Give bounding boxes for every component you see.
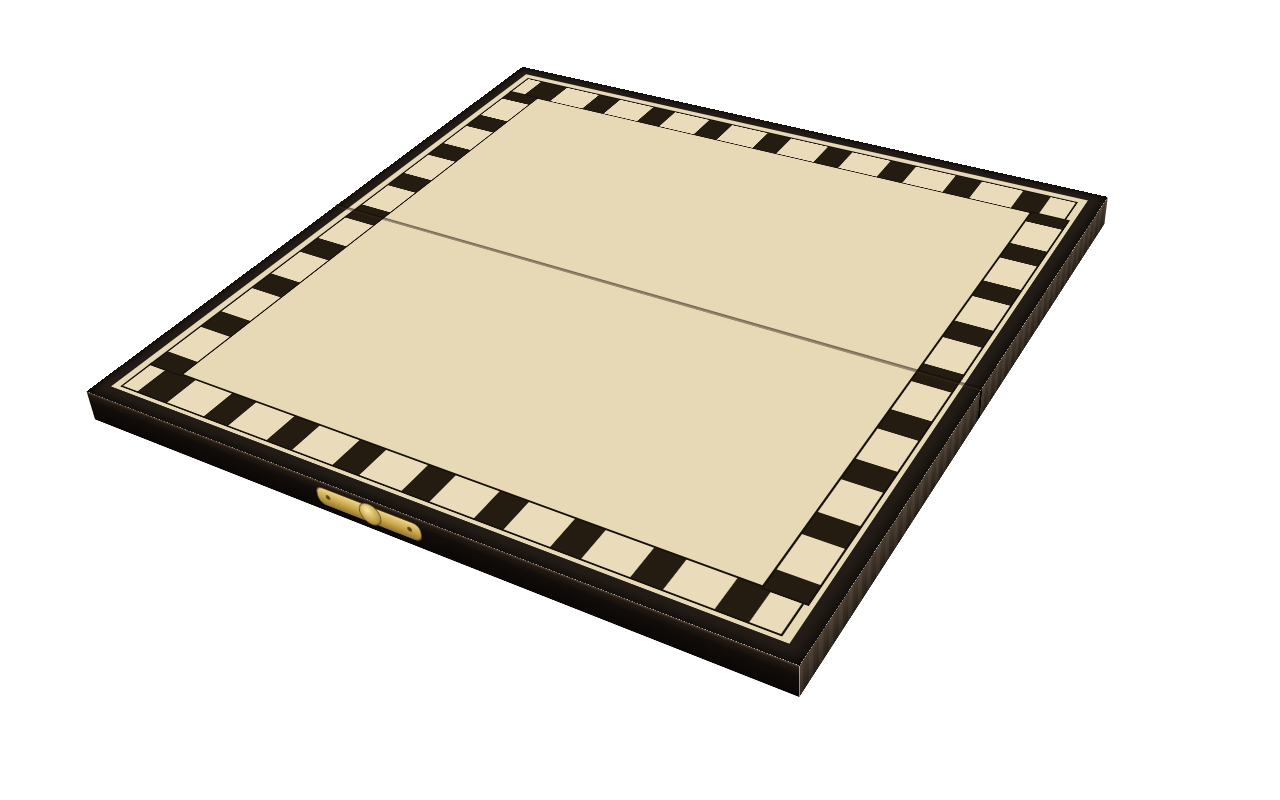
latch-screw-left [325, 494, 330, 500]
latch-screw-right [407, 526, 412, 532]
latch-knob [357, 500, 383, 530]
photo-background [0, 0, 1280, 800]
checkers-board [87, 67, 1108, 666]
board-top [87, 67, 1108, 666]
